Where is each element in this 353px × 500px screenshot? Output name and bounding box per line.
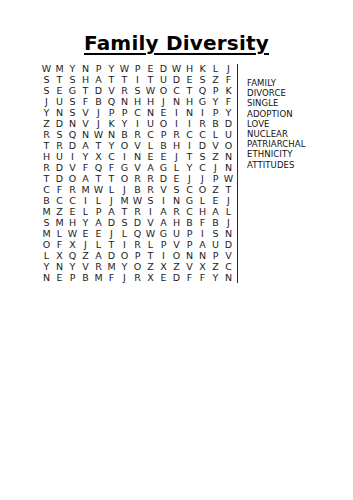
grid-cell: R <box>66 184 79 195</box>
grid-cell: P <box>209 85 222 96</box>
grid-cell: P <box>131 63 144 74</box>
grid-cell: J <box>157 96 170 107</box>
grid-cell: B <box>209 118 222 129</box>
grid-cell: V <box>131 162 144 173</box>
grid-cell: S <box>196 151 209 162</box>
grid-cell: B <box>157 140 170 151</box>
grid-cell: R <box>131 239 144 250</box>
grid-cell: T <box>105 239 118 250</box>
grid-cell: A <box>79 140 92 151</box>
grid-cell: V <box>131 140 144 151</box>
grid-cell: R <box>144 184 157 195</box>
grid-cell: R <box>196 118 209 129</box>
grid-cell: Z <box>40 118 53 129</box>
grid-cell: A <box>79 173 92 184</box>
grid-cell: H <box>131 96 144 107</box>
grid-cell: Y <box>118 118 131 129</box>
grid-cell: L <box>144 140 157 151</box>
grid-cell: U <box>209 239 222 250</box>
grid-cell: F <box>105 162 118 173</box>
grid-cell: F <box>222 96 235 107</box>
grid-cell: M <box>53 63 66 74</box>
grid-cell: C <box>105 151 118 162</box>
grid-cell: T <box>40 140 53 151</box>
grid-cell: N <box>53 261 66 272</box>
grid-cell: N <box>183 107 196 118</box>
grid-cell: O <box>170 250 183 261</box>
grid-cell: J <box>40 96 53 107</box>
grid-cell: W <box>66 228 79 239</box>
grid-cell: O <box>222 140 235 151</box>
grid-cell: A <box>92 74 105 85</box>
grid-cell: P <box>157 129 170 140</box>
grid-cell: H <box>40 151 53 162</box>
grid-cell: A <box>209 206 222 217</box>
grid-cell: A <box>105 206 118 217</box>
grid-cell: B <box>183 217 196 228</box>
grid-cell: J <box>222 217 235 228</box>
grid-cell: W <box>131 195 144 206</box>
grid-cell: L <box>209 129 222 140</box>
grid-cell: N <box>79 129 92 140</box>
word-search-grid: WMYNPYWPEDWHKLJSTSHATTITUDESZFSEGTDVRSWO… <box>40 63 235 283</box>
grid-cell: O <box>118 173 131 184</box>
word-list-item: FAMILY <box>247 78 306 88</box>
grid-cell: O <box>196 184 209 195</box>
grid-cell: P <box>209 250 222 261</box>
grid-cell: D <box>170 272 183 283</box>
grid-cell: G <box>66 85 79 96</box>
grid-cell: J <box>170 151 183 162</box>
grid-cell: Y <box>79 217 92 228</box>
grid-cell: M <box>118 195 131 206</box>
grid-cell: N <box>144 107 157 118</box>
grid-cell: N <box>79 63 92 74</box>
grid-cell: P <box>66 272 79 283</box>
grid-cell: O <box>118 250 131 261</box>
word-list-item: ADOPTION <box>247 109 306 119</box>
grid-cell: O <box>131 261 144 272</box>
grid-cell: J <box>222 63 235 74</box>
grid-cell: M <box>40 228 53 239</box>
grid-cell: Q <box>105 96 118 107</box>
grid-cell: C <box>183 206 196 217</box>
grid-cell: S <box>144 195 157 206</box>
grid-cell: I <box>157 195 170 206</box>
grid-cell: Q <box>66 250 79 261</box>
grid-cell: S <box>40 217 53 228</box>
grid-cell: Y <box>183 162 196 173</box>
grid-cell: G <box>183 195 196 206</box>
grid-cell: N <box>222 272 235 283</box>
grid-cell: T <box>144 250 157 261</box>
grid-cell: S <box>170 184 183 195</box>
grid-cell: V <box>157 184 170 195</box>
grid-cell: F <box>53 239 66 250</box>
grid-cell: E <box>157 107 170 118</box>
grid-cell: W <box>92 129 105 140</box>
grid-cell: J <box>118 184 131 195</box>
grid-cell: N <box>53 107 66 118</box>
grid-cell: V <box>79 261 92 272</box>
grid-cell: L <box>222 206 235 217</box>
grid-cell: T <box>144 74 157 85</box>
grid-cell: T <box>92 140 105 151</box>
grid-cell: F <box>79 96 92 107</box>
grid-cell: Y <box>79 151 92 162</box>
grid-cell: E <box>157 272 170 283</box>
grid-cell: Q <box>196 85 209 96</box>
grid-cell: L <box>40 250 53 261</box>
grid-cell: H <box>183 96 196 107</box>
grid-cell: C <box>144 129 157 140</box>
grid-cell: X <box>196 261 209 272</box>
grid-cell: F <box>222 74 235 85</box>
grid-cell: O <box>157 118 170 129</box>
grid-cell: E <box>144 63 157 74</box>
grid-cell: D <box>157 63 170 74</box>
grid-cell: K <box>105 118 118 129</box>
grid-cell: D <box>222 239 235 250</box>
word-list-item: LOVE <box>247 119 306 129</box>
grid-cell: I <box>79 195 92 206</box>
grid-cell: S <box>40 85 53 96</box>
grid-cell: I <box>170 107 183 118</box>
grid-cell: C <box>222 261 235 272</box>
grid-cell: F <box>105 272 118 283</box>
grid-cell: Z <box>79 250 92 261</box>
grid-cell: U <box>144 118 157 129</box>
grid-cell: E <box>157 151 170 162</box>
grid-cell: G <box>157 228 170 239</box>
grid-cell: Z <box>209 261 222 272</box>
grid-cell: B <box>40 195 53 206</box>
grid-cell: R <box>170 129 183 140</box>
grid-cell: U <box>222 129 235 140</box>
grid-cell: R <box>131 272 144 283</box>
grid-cell: S <box>209 228 222 239</box>
grid-cell: R <box>170 206 183 217</box>
grid-cell: Y <box>222 107 235 118</box>
grid-cell: M <box>40 206 53 217</box>
grid-cell: E <box>79 228 92 239</box>
grid-cell: M <box>53 217 66 228</box>
grid-cell: F <box>183 272 196 283</box>
grid-cell: Z <box>209 74 222 85</box>
grid-cell: N <box>131 151 144 162</box>
grid-cell: R <box>40 162 53 173</box>
grid-cell: R <box>131 206 144 217</box>
word-list: FAMILYDIVORCESINGLEADOPTIONLOVENUCLEARPA… <box>247 78 306 170</box>
grid-cell: X <box>157 261 170 272</box>
grid-cell: T <box>183 151 196 162</box>
grid-cell: N <box>170 96 183 107</box>
grid-cell: D <box>53 173 66 184</box>
grid-cell: T <box>40 173 53 184</box>
grid-cell: Z <box>170 261 183 272</box>
grid-cell: Y <box>118 261 131 272</box>
grid-cell: N <box>183 250 196 261</box>
grid-cell: J <box>92 107 105 118</box>
grid-cell: X <box>66 239 79 250</box>
grid-cell: N <box>222 151 235 162</box>
word-list-item: NUCLEAR <box>247 129 306 139</box>
grid-cell: C <box>196 129 209 140</box>
grid-cell: P <box>92 63 105 74</box>
grid-cell: C <box>170 85 183 96</box>
grid-cell: K <box>196 63 209 74</box>
grid-cell: J <box>222 195 235 206</box>
grid-cell: L <box>79 206 92 217</box>
grid-cell: T <box>53 74 66 85</box>
grid-cell: S <box>196 74 209 85</box>
grid-cell: J <box>79 239 92 250</box>
grid-cell: Y <box>40 107 53 118</box>
grid-cell: P <box>157 239 170 250</box>
grid-cell: Y <box>40 261 53 272</box>
grid-cell: W <box>92 184 105 195</box>
grid-cell: V <box>144 217 157 228</box>
grid-cell: L <box>196 195 209 206</box>
grid-cell: U <box>170 228 183 239</box>
grid-cell: Y <box>105 63 118 74</box>
grid-cell: V <box>209 140 222 151</box>
grid-cell: Y <box>209 272 222 283</box>
grid-cell: A <box>196 239 209 250</box>
grid-cell: E <box>209 195 222 206</box>
word-list-item: ETHNICITY <box>247 149 306 159</box>
grid-cell: W <box>118 63 131 74</box>
grid-cell: R <box>131 173 144 184</box>
grid-cell: D <box>92 85 105 96</box>
grid-cell: P <box>183 239 196 250</box>
grid-cell: D <box>131 217 144 228</box>
grid-cell: I <box>183 118 196 129</box>
grid-cell: W <box>40 63 53 74</box>
grid-cell: B <box>92 96 105 107</box>
grid-cell: G <box>196 96 209 107</box>
grid-cell: B <box>131 184 144 195</box>
grid-cell: C <box>183 184 196 195</box>
grid-cell: E <box>53 85 66 96</box>
worksheet-page: Family Diversity WMYNPYWPEDWHKLJSTSHATTI… <box>0 0 353 500</box>
grid-cell: J <box>105 195 118 206</box>
grid-cell: L <box>144 239 157 250</box>
grid-cell: A <box>92 217 105 228</box>
grid-cell: Q <box>66 129 79 140</box>
grid-cell: F <box>53 184 66 195</box>
grid-cell: H <box>196 206 209 217</box>
grid-cell: R <box>144 173 157 184</box>
grid-cell: J <box>196 173 209 184</box>
grid-cell: D <box>170 74 183 85</box>
grid-cell: E <box>183 74 196 85</box>
grid-cell: X <box>92 151 105 162</box>
grid-cell: C <box>40 184 53 195</box>
grid-cell: Y <box>66 261 79 272</box>
vertical-divider <box>237 64 238 283</box>
grid-cell: W <box>222 173 235 184</box>
grid-cell: N <box>66 118 79 129</box>
grid-cell: H <box>144 96 157 107</box>
grid-cell: X <box>144 272 157 283</box>
grid-cell: X <box>53 250 66 261</box>
grid-cell: V <box>170 239 183 250</box>
grid-cell: W <box>144 85 157 96</box>
grid-cell: Z <box>53 206 66 217</box>
grid-cell: R <box>53 140 66 151</box>
grid-cell: D <box>222 118 235 129</box>
grid-cell: S <box>66 74 79 85</box>
grid-cell: W <box>144 228 157 239</box>
grid-cell: L <box>118 228 131 239</box>
grid-cell: C <box>183 129 196 140</box>
grid-cell: Y <box>66 63 79 74</box>
grid-cell: T <box>118 74 131 85</box>
grid-cell: O <box>157 85 170 96</box>
grid-cell: B <box>79 272 92 283</box>
grid-cell: E <box>170 173 183 184</box>
grid-cell: S <box>40 74 53 85</box>
grid-cell: M <box>79 184 92 195</box>
word-list-item: SINGLE <box>247 98 306 108</box>
grid-cell: H <box>183 63 196 74</box>
grid-cell: T <box>105 173 118 184</box>
grid-cell: S <box>131 85 144 96</box>
grid-cell: D <box>53 118 66 129</box>
grid-cell: Q <box>131 228 144 239</box>
grid-cell: I <box>157 250 170 261</box>
word-list-item: PATRIARCHAL <box>247 139 306 149</box>
grid-cell: P <box>131 250 144 261</box>
grid-cell: N <box>118 96 131 107</box>
grid-cell: D <box>105 250 118 261</box>
grid-cell: O <box>40 239 53 250</box>
grid-cell: P <box>92 206 105 217</box>
grid-cell: G <box>118 162 131 173</box>
grid-cell: A <box>157 217 170 228</box>
grid-cell: D <box>196 140 209 151</box>
grid-cell: I <box>196 228 209 239</box>
grid-cell: C <box>53 195 66 206</box>
grid-cell: T <box>79 85 92 96</box>
page-title: Family Diversity <box>0 31 353 55</box>
grid-cell: Z <box>144 261 157 272</box>
grid-cell: T <box>118 206 131 217</box>
grid-cell: N <box>40 272 53 283</box>
grid-cell: V <box>79 107 92 118</box>
grid-cell: I <box>144 206 157 217</box>
grid-cell: H <box>79 74 92 85</box>
grid-cell: L <box>53 228 66 239</box>
grid-cell: T <box>222 184 235 195</box>
grid-cell: W <box>170 63 183 74</box>
grid-cell: P <box>209 107 222 118</box>
grid-cell: L <box>209 63 222 74</box>
grid-cell: R <box>131 129 144 140</box>
grid-cell: B <box>209 217 222 228</box>
grid-cell: V <box>222 250 235 261</box>
grid-cell: I <box>196 107 209 118</box>
grid-cell: J <box>105 228 118 239</box>
grid-cell: D <box>105 217 118 228</box>
grid-cell: E <box>66 206 79 217</box>
grid-cell: V <box>79 118 92 129</box>
grid-cell: B <box>118 129 131 140</box>
grid-cell: J <box>118 272 131 283</box>
grid-cell: O <box>66 173 79 184</box>
grid-cell: A <box>144 162 157 173</box>
grid-cell: T <box>92 173 105 184</box>
grid-cell: N <box>170 195 183 206</box>
grid-cell: F <box>196 272 209 283</box>
grid-cell: K <box>222 85 235 96</box>
grid-cell: A <box>92 250 105 261</box>
grid-cell: Y <box>105 140 118 151</box>
grid-cell: P <box>105 107 118 118</box>
grid-cell: S <box>66 96 79 107</box>
grid-cell: I <box>183 140 196 151</box>
grid-cell: V <box>66 162 79 173</box>
grid-cell: A <box>157 206 170 217</box>
grid-cell: I <box>131 118 144 129</box>
grid-cell: H <box>170 140 183 151</box>
grid-cell: J <box>183 173 196 184</box>
grid-cell: T <box>183 85 196 96</box>
grid-cell: S <box>66 107 79 118</box>
grid-cell: O <box>118 140 131 151</box>
grid-cell: M <box>105 261 118 272</box>
grid-cell: U <box>53 151 66 162</box>
grid-cell: J <box>209 162 222 173</box>
grid-cell: C <box>196 162 209 173</box>
grid-cell: H <box>170 217 183 228</box>
grid-cell: P <box>118 107 131 118</box>
grid-cell: I <box>118 239 131 250</box>
grid-cell: N <box>196 250 209 261</box>
grid-cell: P <box>209 173 222 184</box>
grid-cell: R <box>118 85 131 96</box>
grid-cell: E <box>53 272 66 283</box>
grid-cell: E <box>144 151 157 162</box>
grid-cell: S <box>118 217 131 228</box>
grid-cell: C <box>66 195 79 206</box>
grid-cell: I <box>170 118 183 129</box>
grid-cell: E <box>92 228 105 239</box>
grid-cell: L <box>170 162 183 173</box>
grid-cell: P <box>183 228 196 239</box>
grid-cell: N <box>222 162 235 173</box>
grid-cell: H <box>66 217 79 228</box>
grid-cell: I <box>118 151 131 162</box>
grid-cell: Z <box>209 151 222 162</box>
grid-cell: U <box>53 96 66 107</box>
word-list-item: DIVORCE <box>247 88 306 98</box>
grid-cell: V <box>105 85 118 96</box>
grid-cell: G <box>157 162 170 173</box>
grid-cell: L <box>92 195 105 206</box>
word-list-item: ATTITUDES <box>247 160 306 170</box>
grid-cell: Y <box>209 96 222 107</box>
grid-cell: D <box>157 173 170 184</box>
grid-cell: I <box>131 74 144 85</box>
grid-cell: C <box>131 107 144 118</box>
grid-cell: T <box>105 74 118 85</box>
grid-cell: J <box>92 118 105 129</box>
grid-cell: F <box>79 162 92 173</box>
grid-cell: D <box>53 162 66 173</box>
grid-cell: U <box>157 74 170 85</box>
